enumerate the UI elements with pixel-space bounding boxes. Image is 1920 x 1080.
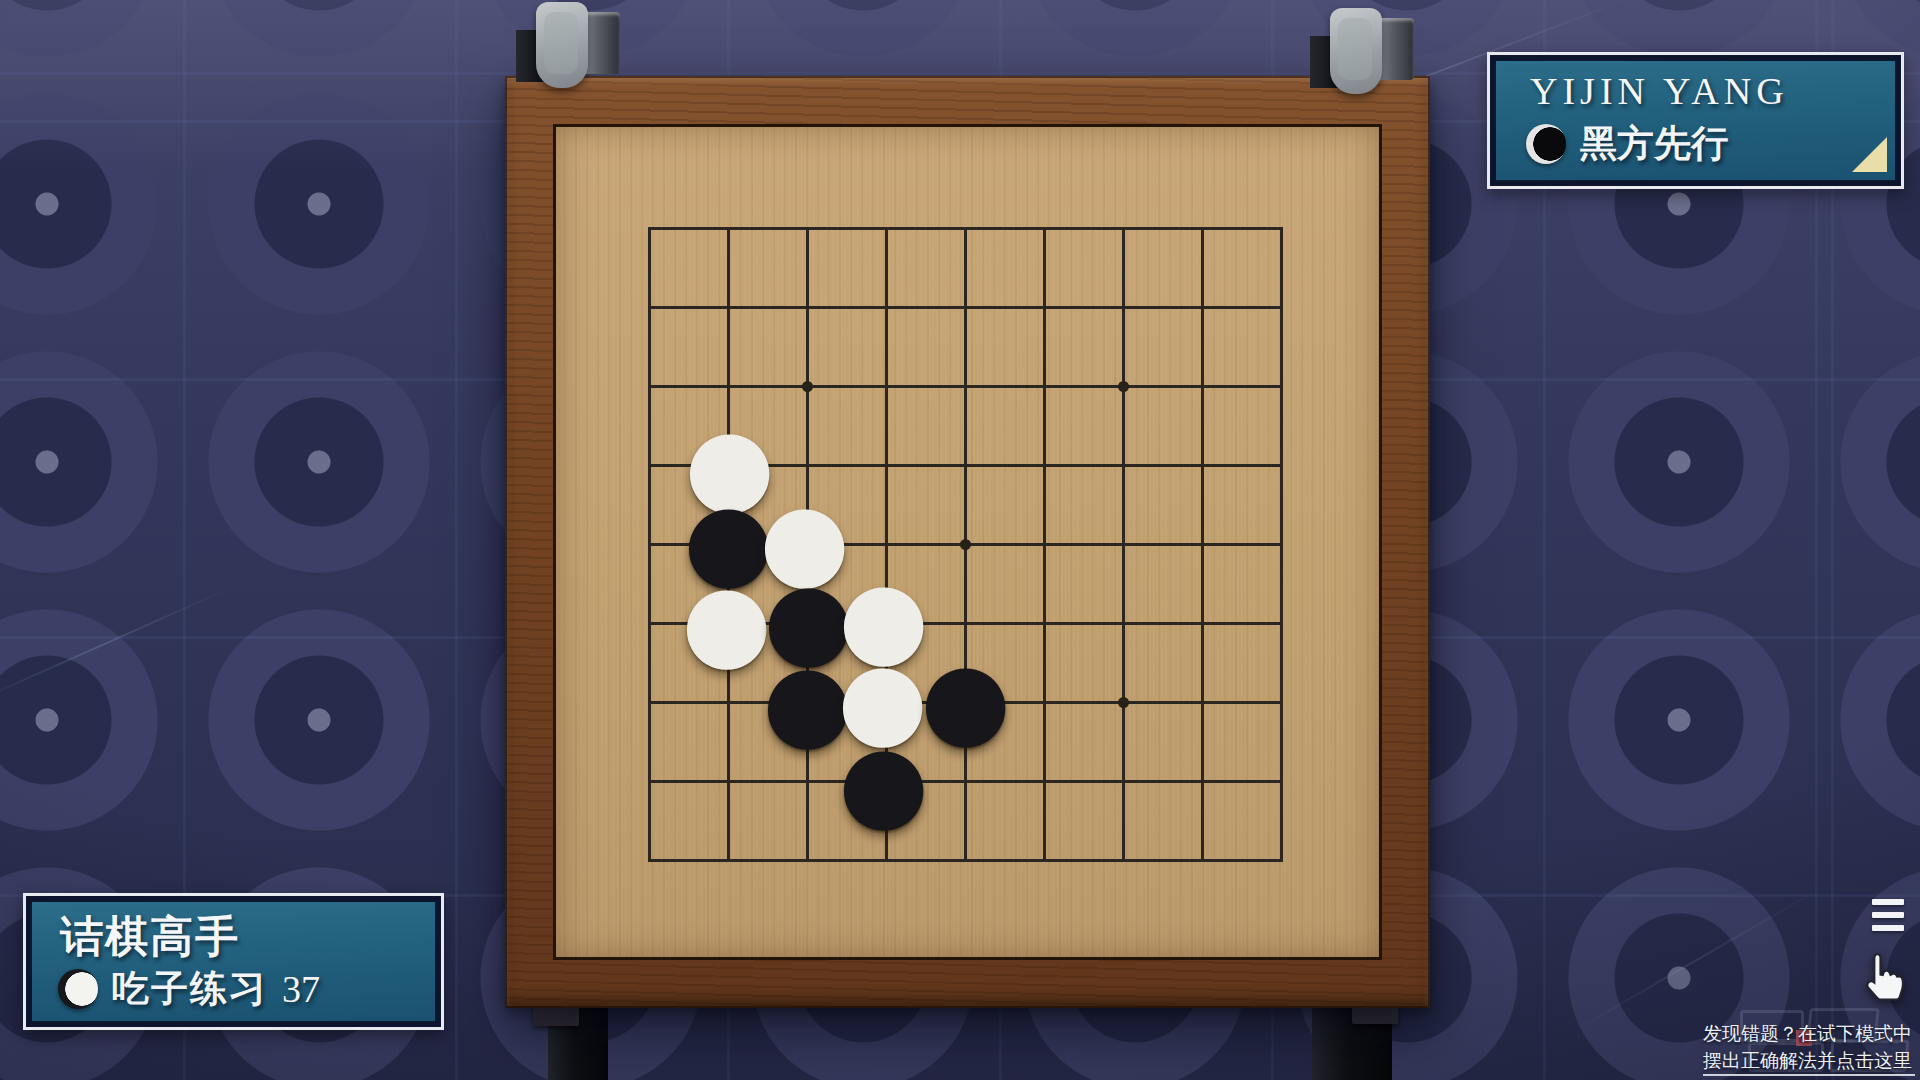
board-point-1-4[interactable] [610, 426, 689, 505]
go-board: ●●●●●●●●●● [610, 189, 1321, 900]
black-stone: ● [768, 662, 847, 741]
player-name: YIJIN YANG [1530, 69, 1789, 113]
board-point-3-2[interactable] [768, 268, 847, 347]
board-point-8-4[interactable] [1163, 426, 1242, 505]
board-point-9-7[interactable] [1242, 663, 1321, 742]
board-point-3-1[interactable] [768, 189, 847, 268]
board-point-1-9[interactable] [610, 821, 689, 900]
board-point-3-3[interactable] [768, 347, 847, 426]
board-point-2-9[interactable] [689, 821, 768, 900]
puzzle-number: 37 [282, 967, 320, 1011]
rank-title: 诘棋高手 [60, 908, 240, 966]
board-point-9-6[interactable] [1242, 584, 1321, 663]
board-point-2-1[interactable] [689, 189, 768, 268]
board-point-8-3[interactable] [1163, 347, 1242, 426]
board-point-5-2[interactable] [926, 268, 1005, 347]
board-point-2-8[interactable] [689, 742, 768, 821]
board-point-6-2[interactable] [1005, 268, 1084, 347]
board-point-2-2[interactable] [689, 268, 768, 347]
light-ray [0, 588, 228, 704]
hamburger-icon [1872, 899, 1904, 905]
board-point-7-6[interactable] [1084, 584, 1163, 663]
board-point-6-5[interactable] [1005, 505, 1084, 584]
board-point-1-5[interactable] [610, 505, 689, 584]
board-point-6-6[interactable] [1005, 584, 1084, 663]
clamp-pad [1338, 18, 1372, 80]
feedback-hint: 发现错题？在试下模式中 摆出正确解法并点击这里 [1703, 1020, 1915, 1076]
puzzle-panel-inner: 诘棋高手 吃子练习 37 [31, 901, 436, 1022]
board-point-4-3[interactable] [847, 347, 926, 426]
hamburger-icon [1872, 912, 1904, 918]
board-point-1-8[interactable] [610, 742, 689, 821]
panel-corner-triangle-icon [1852, 137, 1887, 172]
turn-indicator-label: 黑方先行 [1580, 119, 1728, 169]
board-point-9-5[interactable] [1242, 505, 1321, 584]
board-point-8-6[interactable] [1163, 584, 1242, 663]
board-point-1-7[interactable] [610, 663, 689, 742]
hamburger-icon [1872, 925, 1904, 931]
left-clamp-icon [514, 0, 622, 92]
board-point-7-5[interactable] [1084, 505, 1163, 584]
board-point-9-9[interactable] [1242, 821, 1321, 900]
puzzle-panel: 诘棋高手 吃子练习 37 [23, 893, 444, 1030]
board-point-6-9[interactable] [1005, 821, 1084, 900]
board-point-1-3[interactable] [610, 347, 689, 426]
black-stone: ● [844, 743, 923, 822]
board-point-1-1[interactable] [610, 189, 689, 268]
menu-button[interactable] [1872, 896, 1906, 934]
board-point-5-5[interactable] [926, 505, 1005, 584]
game-screen: ●●●●●●●●●● YIJIN YANG 黑方先行 诘棋高手 吃子练习 37 [0, 0, 1920, 1080]
board-point-8-5[interactable] [1163, 505, 1242, 584]
board-point-7-3[interactable] [1084, 347, 1163, 426]
player-panel: YIJIN YANG 黑方先行 [1487, 52, 1904, 189]
board-point-4-1[interactable] [847, 189, 926, 268]
board-point-9-1[interactable] [1242, 189, 1321, 268]
board-point-9-3[interactable] [1242, 347, 1321, 426]
board-point-6-1[interactable] [1005, 189, 1084, 268]
board-point-5-9[interactable] [926, 821, 1005, 900]
clamp-pad [544, 12, 578, 74]
hand-pointer-icon [1862, 951, 1904, 1009]
white-stone: ● [687, 582, 766, 661]
board-point-7-1[interactable] [1084, 189, 1163, 268]
board-point-5-1[interactable] [926, 189, 1005, 268]
hint-feedback-link[interactable]: 摆出正确解法并点击这里 [1703, 1047, 1915, 1076]
board-point-7-9[interactable] [1084, 821, 1163, 900]
board-point-9-4[interactable] [1242, 426, 1321, 505]
board-point-3-9[interactable] [768, 821, 847, 900]
board-point-8-7[interactable] [1163, 663, 1242, 742]
puzzle-info: 吃子练习 37 [58, 964, 320, 1014]
clamp-clip [1330, 8, 1382, 94]
board-point-5-3[interactable] [926, 347, 1005, 426]
board-point-7-8[interactable] [1084, 742, 1163, 821]
black-stone-icon [1526, 124, 1566, 164]
clamp-clip [536, 2, 588, 88]
board-point-6-3[interactable] [1005, 347, 1084, 426]
board-point-7-4[interactable] [1084, 426, 1163, 505]
player-panel-inner: YIJIN YANG 黑方先行 [1495, 60, 1896, 181]
board-point-1-2[interactable] [610, 268, 689, 347]
hint-line1: 发现错题？在试下模式中 [1703, 1020, 1915, 1047]
turn-indicator: 黑方先行 [1526, 119, 1728, 169]
puzzle-category-label: 吃子练习 [112, 964, 268, 1014]
board-point-8-2[interactable] [1163, 268, 1242, 347]
board-point-4-2[interactable] [847, 268, 926, 347]
board-point-6-7[interactable] [1005, 663, 1084, 742]
board-point-6-8[interactable] [1005, 742, 1084, 821]
board-point-8-8[interactable] [1163, 742, 1242, 821]
white-stone-icon [58, 969, 98, 1009]
right-clamp-icon [1308, 6, 1416, 98]
board-point-4-4[interactable] [847, 426, 926, 505]
board-point-9-2[interactable] [1242, 268, 1321, 347]
board-point-7-2[interactable] [1084, 268, 1163, 347]
board-point-9-8[interactable] [1242, 742, 1321, 821]
black-stone: ● [926, 660, 1005, 739]
board-point-6-4[interactable] [1005, 426, 1084, 505]
board-point-7-7[interactable] [1084, 663, 1163, 742]
board-point-5-4[interactable] [926, 426, 1005, 505]
board-point-8-1[interactable] [1163, 189, 1242, 268]
board-point-8-9[interactable] [1163, 821, 1242, 900]
board-point-1-6[interactable] [610, 584, 689, 663]
